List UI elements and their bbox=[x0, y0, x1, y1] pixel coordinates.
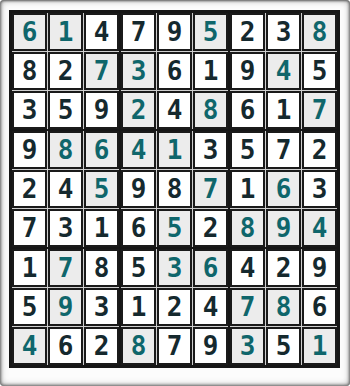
cell-r8c4[interactable]: 1 bbox=[121, 288, 156, 326]
cell-r8c1[interactable]: 5 bbox=[12, 288, 47, 326]
cell-r5c3[interactable]: 5 bbox=[84, 170, 119, 208]
cell-r6c1[interactable]: 7 bbox=[12, 209, 47, 247]
cell-r4c3[interactable]: 6 bbox=[84, 131, 119, 169]
sudoku-box-5: 413987652 bbox=[121, 131, 228, 247]
cell-r7c6[interactable]: 6 bbox=[193, 249, 228, 287]
cell-r1c2[interactable]: 1 bbox=[48, 13, 83, 51]
cell-r4c8[interactable]: 7 bbox=[266, 131, 301, 169]
cell-r7c7[interactable]: 4 bbox=[230, 249, 265, 287]
sudoku-board: 6148273597953612482389456179862457314139… bbox=[9, 10, 340, 368]
sudoku-box-1: 614827359 bbox=[12, 13, 119, 129]
cell-r1c3[interactable]: 4 bbox=[84, 13, 119, 51]
sudoku-box-8: 536124879 bbox=[121, 249, 228, 365]
cell-r5c5[interactable]: 8 bbox=[157, 170, 192, 208]
cell-r3c6[interactable]: 8 bbox=[193, 91, 228, 129]
cell-r4c4[interactable]: 4 bbox=[121, 131, 156, 169]
cell-r2c1[interactable]: 8 bbox=[12, 52, 47, 90]
cell-r4c1[interactable]: 9 bbox=[12, 131, 47, 169]
cell-r5c1[interactable]: 2 bbox=[12, 170, 47, 208]
cell-r8c6[interactable]: 4 bbox=[193, 288, 228, 326]
cell-r9c8[interactable]: 5 bbox=[266, 327, 301, 365]
cell-r6c8[interactable]: 9 bbox=[266, 209, 301, 247]
sudoku-box-2: 795361248 bbox=[121, 13, 228, 129]
cell-r6c9[interactable]: 4 bbox=[302, 209, 337, 247]
cell-r9c7[interactable]: 3 bbox=[230, 327, 265, 365]
cell-r1c4[interactable]: 7 bbox=[121, 13, 156, 51]
cell-r1c6[interactable]: 5 bbox=[193, 13, 228, 51]
cell-r2c3[interactable]: 7 bbox=[84, 52, 119, 90]
cell-r8c9[interactable]: 6 bbox=[302, 288, 337, 326]
cell-r2c4[interactable]: 3 bbox=[121, 52, 156, 90]
cell-r2c9[interactable]: 5 bbox=[302, 52, 337, 90]
sudoku-app-screen: 6148273597953612482389456179862457314139… bbox=[0, 0, 350, 386]
cell-r7c5[interactable]: 3 bbox=[157, 249, 192, 287]
cell-r1c9[interactable]: 8 bbox=[302, 13, 337, 51]
cell-r5c4[interactable]: 9 bbox=[121, 170, 156, 208]
cell-r8c3[interactable]: 3 bbox=[84, 288, 119, 326]
cell-r7c2[interactable]: 7 bbox=[48, 249, 83, 287]
cell-r5c7[interactable]: 1 bbox=[230, 170, 265, 208]
cell-r2c5[interactable]: 6 bbox=[157, 52, 192, 90]
cell-r5c8[interactable]: 6 bbox=[266, 170, 301, 208]
cell-r3c7[interactable]: 6 bbox=[230, 91, 265, 129]
cell-r1c5[interactable]: 9 bbox=[157, 13, 192, 51]
cell-r8c8[interactable]: 8 bbox=[266, 288, 301, 326]
sudoku-box-4: 986245731 bbox=[12, 131, 119, 247]
cell-r3c3[interactable]: 9 bbox=[84, 91, 119, 129]
cell-r3c4[interactable]: 2 bbox=[121, 91, 156, 129]
cell-r2c7[interactable]: 9 bbox=[230, 52, 265, 90]
cell-r4c7[interactable]: 5 bbox=[230, 131, 265, 169]
cell-r6c3[interactable]: 1 bbox=[84, 209, 119, 247]
cell-r3c2[interactable]: 5 bbox=[48, 91, 83, 129]
cell-r5c2[interactable]: 4 bbox=[48, 170, 83, 208]
cell-r9c3[interactable]: 2 bbox=[84, 327, 119, 365]
cell-r7c3[interactable]: 8 bbox=[84, 249, 119, 287]
sudoku-box-3: 238945617 bbox=[230, 13, 337, 129]
cell-r6c5[interactable]: 5 bbox=[157, 209, 192, 247]
sudoku-box-9: 429786351 bbox=[230, 249, 337, 365]
sudoku-box-7: 178593462 bbox=[12, 249, 119, 365]
cell-r9c6[interactable]: 9 bbox=[193, 327, 228, 365]
cell-r7c8[interactable]: 2 bbox=[266, 249, 301, 287]
cell-r6c6[interactable]: 2 bbox=[193, 209, 228, 247]
cell-r4c2[interactable]: 8 bbox=[48, 131, 83, 169]
cell-r9c2[interactable]: 6 bbox=[48, 327, 83, 365]
cell-r8c7[interactable]: 7 bbox=[230, 288, 265, 326]
cell-r1c1[interactable]: 6 bbox=[12, 13, 47, 51]
cell-r2c8[interactable]: 4 bbox=[266, 52, 301, 90]
cell-r4c6[interactable]: 3 bbox=[193, 131, 228, 169]
cell-r2c6[interactable]: 1 bbox=[193, 52, 228, 90]
cell-r3c5[interactable]: 4 bbox=[157, 91, 192, 129]
cell-r3c9[interactable]: 7 bbox=[302, 91, 337, 129]
cell-r2c2[interactable]: 2 bbox=[48, 52, 83, 90]
cell-r3c8[interactable]: 1 bbox=[266, 91, 301, 129]
cell-r9c9[interactable]: 1 bbox=[302, 327, 337, 365]
cell-r7c4[interactable]: 5 bbox=[121, 249, 156, 287]
cell-r1c8[interactable]: 3 bbox=[266, 13, 301, 51]
cell-r5c9[interactable]: 3 bbox=[302, 170, 337, 208]
cell-r6c7[interactable]: 8 bbox=[230, 209, 265, 247]
cell-r9c4[interactable]: 8 bbox=[121, 327, 156, 365]
cell-r5c6[interactable]: 7 bbox=[193, 170, 228, 208]
cell-r6c2[interactable]: 3 bbox=[48, 209, 83, 247]
cell-r6c4[interactable]: 6 bbox=[121, 209, 156, 247]
cell-r8c2[interactable]: 9 bbox=[48, 288, 83, 326]
cell-r1c7[interactable]: 2 bbox=[230, 13, 265, 51]
cell-r3c1[interactable]: 3 bbox=[12, 91, 47, 129]
cell-r7c9[interactable]: 9 bbox=[302, 249, 337, 287]
cell-r7c1[interactable]: 1 bbox=[12, 249, 47, 287]
cell-r8c5[interactable]: 2 bbox=[157, 288, 192, 326]
sudoku-box-6: 572163894 bbox=[230, 131, 337, 247]
cell-r4c5[interactable]: 1 bbox=[157, 131, 192, 169]
cell-r9c1[interactable]: 4 bbox=[12, 327, 47, 365]
cell-r9c5[interactable]: 7 bbox=[157, 327, 192, 365]
cell-r4c9[interactable]: 2 bbox=[302, 131, 337, 169]
